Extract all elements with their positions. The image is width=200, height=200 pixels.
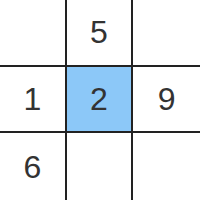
cell-value: 9 bbox=[158, 83, 176, 115]
cell-r1c1-selected[interactable]: 2 bbox=[67, 67, 134, 134]
cell-r0c1[interactable]: 5 bbox=[67, 0, 134, 67]
cell-r1c2[interactable]: 9 bbox=[133, 67, 200, 134]
cell-r0c2[interactable] bbox=[133, 0, 200, 67]
cell-value: 2 bbox=[90, 83, 108, 115]
cell-r1c0[interactable]: 1 bbox=[0, 67, 67, 134]
cell-r2c1[interactable] bbox=[67, 133, 134, 200]
cell-r2c2[interactable] bbox=[133, 133, 200, 200]
cell-value: 1 bbox=[23, 83, 41, 115]
cell-r0c0[interactable] bbox=[0, 0, 67, 67]
cell-value: 5 bbox=[90, 16, 108, 48]
cell-value: 6 bbox=[23, 151, 41, 183]
sudoku-board: 5 1 2 9 6 bbox=[0, 0, 200, 200]
cell-r2c0[interactable]: 6 bbox=[0, 133, 67, 200]
